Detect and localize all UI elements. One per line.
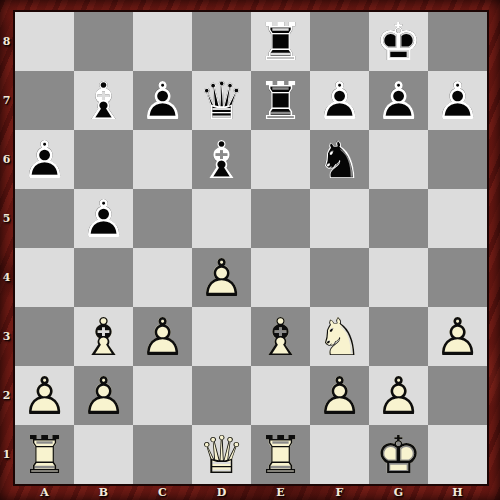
square-g1[interactable]: ♚♔ (369, 425, 428, 484)
square-g5[interactable] (369, 189, 428, 248)
square-d2[interactable] (192, 366, 251, 425)
square-g7[interactable]: ♟♙ (369, 71, 428, 130)
square-h8[interactable] (428, 12, 487, 71)
piece-white-bishop[interactable]: ♝♗ (251, 307, 310, 366)
square-c4[interactable] (133, 248, 192, 307)
pawn-glyph-outline: ♙ (428, 71, 487, 130)
piece-black-knight[interactable]: ♞♘ (310, 130, 369, 189)
square-f1[interactable] (310, 425, 369, 484)
king-glyph-outline: ♔ (369, 425, 428, 484)
square-f5[interactable] (310, 189, 369, 248)
rook-glyph-outline: ♖ (251, 71, 310, 130)
piece-black-king[interactable]: ♚♔ (369, 12, 428, 71)
square-e2[interactable] (251, 366, 310, 425)
queen-glyph-outline: ♕ (192, 71, 251, 130)
piece-black-pawn[interactable]: ♟♙ (15, 130, 74, 189)
rank-label-text: 8 (3, 35, 11, 48)
square-f3[interactable]: ♞♘ (310, 307, 369, 366)
piece-white-rook[interactable]: ♜♖ (251, 425, 310, 484)
square-d7[interactable]: ♛♕ (192, 71, 251, 130)
square-g4[interactable] (369, 248, 428, 307)
rook-glyph-outline: ♖ (251, 425, 310, 484)
file-label-f: F (310, 484, 369, 500)
bishop-glyph-outline: ♗ (251, 307, 310, 366)
square-c6[interactable] (133, 130, 192, 189)
pawn-glyph-outline: ♙ (133, 71, 192, 130)
piece-white-rook[interactable]: ♜♖ (15, 425, 74, 484)
piece-white-bishop[interactable]: ♝♗ (74, 307, 133, 366)
pawn-glyph-outline: ♙ (310, 366, 369, 425)
piece-white-pawn[interactable]: ♟♙ (369, 366, 428, 425)
file-label-text: A (40, 486, 49, 499)
square-e7[interactable]: ♜♖ (251, 71, 310, 130)
square-h4[interactable] (428, 248, 487, 307)
square-h6[interactable] (428, 130, 487, 189)
file-label-c: C (133, 484, 192, 500)
pawn-glyph-outline: ♙ (428, 307, 487, 366)
piece-white-knight[interactable]: ♞♘ (310, 307, 369, 366)
square-b1[interactable] (74, 425, 133, 484)
pawn-glyph-outline: ♙ (192, 248, 251, 307)
square-b2[interactable]: ♟♙ (74, 366, 133, 425)
piece-white-queen[interactable]: ♛♕ (192, 425, 251, 484)
square-c3[interactable]: ♟♙ (133, 307, 192, 366)
rank-label-text: 4 (3, 271, 11, 284)
square-f4[interactable] (310, 248, 369, 307)
square-d6[interactable]: ♝♗ (192, 130, 251, 189)
square-b8[interactable] (74, 12, 133, 71)
square-c5[interactable] (133, 189, 192, 248)
file-label-a: A (15, 484, 74, 500)
file-label-text: B (99, 486, 108, 499)
file-label-text: E (276, 486, 284, 499)
piece-black-rook[interactable]: ♜♖ (251, 12, 310, 71)
file-labels: ABCDEFGH (15, 484, 487, 500)
square-a3[interactable] (15, 307, 74, 366)
knight-glyph-outline: ♘ (310, 307, 369, 366)
square-b4[interactable] (74, 248, 133, 307)
file-label-b: B (74, 484, 133, 500)
rank-label-text: 2 (3, 389, 11, 402)
rank-label-2: 2 (0, 366, 13, 425)
rank-label-6: 6 (0, 130, 13, 189)
file-label-text: H (452, 486, 462, 499)
bishop-glyph-outline: ♗ (74, 71, 133, 130)
square-g2[interactable]: ♟♙ (369, 366, 428, 425)
square-b5[interactable]: ♟♙ (74, 189, 133, 248)
square-f6[interactable]: ♞♘ (310, 130, 369, 189)
square-a5[interactable] (15, 189, 74, 248)
square-e8[interactable]: ♜♖ (251, 12, 310, 71)
pawn-glyph-outline: ♙ (369, 71, 428, 130)
file-label-e: E (251, 484, 310, 500)
queen-glyph-outline: ♕ (192, 425, 251, 484)
piece-black-pawn[interactable]: ♟♙ (428, 71, 487, 130)
rank-label-3: 3 (0, 307, 13, 366)
chessboard: ♜♖♚♔♝♗♟♙♛♕♜♖♟♙♟♙♟♙♟♙♝♗♞♘♟♙♟♙♝♗♟♙♝♗♞♘♟♙♟♙… (13, 10, 489, 486)
bishop-glyph-outline: ♗ (74, 307, 133, 366)
square-c2[interactable] (133, 366, 192, 425)
rank-labels: 87654321 (0, 12, 13, 484)
rank-label-8: 8 (0, 12, 13, 71)
piece-white-pawn[interactable]: ♟♙ (310, 366, 369, 425)
square-d8[interactable] (192, 12, 251, 71)
king-glyph-outline: ♔ (369, 12, 428, 71)
square-b7[interactable]: ♝♗ (74, 71, 133, 130)
rank-label-text: 3 (3, 330, 11, 343)
file-label-d: D (192, 484, 251, 500)
square-e3[interactable]: ♝♗ (251, 307, 310, 366)
pawn-glyph-outline: ♙ (310, 71, 369, 130)
pawn-glyph-outline: ♙ (74, 189, 133, 248)
file-label-text: G (394, 486, 403, 499)
square-h1[interactable] (428, 425, 487, 484)
piece-black-pawn[interactable]: ♟♙ (74, 189, 133, 248)
square-h5[interactable] (428, 189, 487, 248)
piece-white-pawn[interactable]: ♟♙ (133, 307, 192, 366)
piece-black-pawn[interactable]: ♟♙ (369, 71, 428, 130)
rank-label-4: 4 (0, 248, 13, 307)
file-label-text: C (158, 486, 167, 499)
square-d1[interactable]: ♛♕ (192, 425, 251, 484)
square-e6[interactable] (251, 130, 310, 189)
square-c1[interactable] (133, 425, 192, 484)
piece-white-pawn[interactable]: ♟♙ (192, 248, 251, 307)
square-e4[interactable] (251, 248, 310, 307)
pawn-glyph-outline: ♙ (133, 307, 192, 366)
piece-white-king[interactable]: ♚♔ (369, 425, 428, 484)
piece-black-bishop[interactable]: ♝♗ (192, 130, 251, 189)
piece-black-queen[interactable]: ♛♕ (192, 71, 251, 130)
rank-label-1: 1 (0, 425, 13, 484)
pawn-glyph-outline: ♙ (15, 366, 74, 425)
chessboard-window: ♜♖♚♔♝♗♟♙♛♕♜♖♟♙♟♙♟♙♟♙♝♗♞♘♟♙♟♙♝♗♟♙♝♗♞♘♟♙♟♙… (0, 0, 500, 500)
piece-black-pawn[interactable]: ♟♙ (133, 71, 192, 130)
square-h7[interactable]: ♟♙ (428, 71, 487, 130)
square-b3[interactable]: ♝♗ (74, 307, 133, 366)
square-g3[interactable] (369, 307, 428, 366)
square-d5[interactable] (192, 189, 251, 248)
knight-glyph-outline: ♘ (310, 130, 369, 189)
square-f2[interactable]: ♟♙ (310, 366, 369, 425)
piece-black-rook[interactable]: ♜♖ (251, 71, 310, 130)
rook-glyph-outline: ♖ (251, 12, 310, 71)
square-c8[interactable] (133, 12, 192, 71)
square-a1[interactable]: ♜♖ (15, 425, 74, 484)
square-g6[interactable] (369, 130, 428, 189)
square-e5[interactable] (251, 189, 310, 248)
square-a6[interactable]: ♟♙ (15, 130, 74, 189)
square-a4[interactable] (15, 248, 74, 307)
square-c7[interactable]: ♟♙ (133, 71, 192, 130)
pawn-glyph-outline: ♙ (15, 130, 74, 189)
piece-black-pawn[interactable]: ♟♙ (310, 71, 369, 130)
piece-white-pawn[interactable]: ♟♙ (15, 366, 74, 425)
square-h2[interactable] (428, 366, 487, 425)
square-f8[interactable] (310, 12, 369, 71)
square-g8[interactable]: ♚♔ (369, 12, 428, 71)
square-a7[interactable] (15, 71, 74, 130)
square-a2[interactable]: ♟♙ (15, 366, 74, 425)
rook-glyph-outline: ♖ (15, 425, 74, 484)
piece-white-pawn[interactable]: ♟♙ (74, 366, 133, 425)
square-f7[interactable]: ♟♙ (310, 71, 369, 130)
piece-white-pawn[interactable]: ♟♙ (428, 307, 487, 366)
rank-label-text: 7 (3, 94, 11, 107)
rank-label-text: 5 (3, 212, 11, 225)
file-label-text: F (336, 486, 344, 499)
pawn-glyph-outline: ♙ (369, 366, 428, 425)
square-d4[interactable]: ♟♙ (192, 248, 251, 307)
pawn-glyph-outline: ♙ (74, 366, 133, 425)
square-d3[interactable] (192, 307, 251, 366)
square-h3[interactable]: ♟♙ (428, 307, 487, 366)
piece-black-bishop[interactable]: ♝♗ (74, 71, 133, 130)
file-label-text: D (217, 486, 227, 499)
square-e1[interactable]: ♜♖ (251, 425, 310, 484)
rank-label-5: 5 (0, 189, 13, 248)
square-a8[interactable] (15, 12, 74, 71)
rank-label-text: 1 (3, 448, 11, 461)
bishop-glyph-outline: ♗ (192, 130, 251, 189)
file-label-g: G (369, 484, 428, 500)
rank-label-text: 6 (3, 153, 11, 166)
file-label-h: H (428, 484, 487, 500)
rank-label-7: 7 (0, 71, 13, 130)
square-b6[interactable] (74, 130, 133, 189)
